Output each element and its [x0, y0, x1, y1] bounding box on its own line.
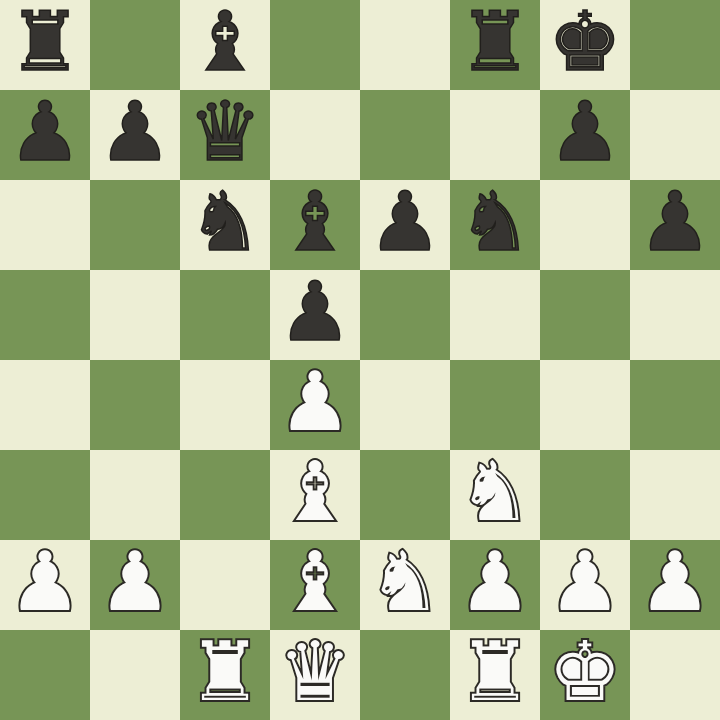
square-b6[interactable]	[90, 180, 180, 270]
square-h4[interactable]	[630, 360, 720, 450]
square-e1[interactable]	[360, 630, 450, 720]
square-g5[interactable]	[540, 270, 630, 360]
white-knight[interactable]: ♞	[458, 450, 532, 537]
square-a6[interactable]	[0, 180, 90, 270]
black-knight[interactable]: ♞	[458, 180, 532, 267]
square-e6[interactable]: ♟	[360, 180, 450, 270]
square-h2[interactable]: ♟	[630, 540, 720, 630]
square-f3[interactable]: ♞	[450, 450, 540, 540]
chess-board: ♜♝♜♚♟♟♛♟♞♝♟♞♟♟♟♝♞♟♟♝♞♟♟♟♜♛♜♚	[0, 0, 720, 720]
square-f6[interactable]: ♞	[450, 180, 540, 270]
white-pawn[interactable]: ♟	[98, 540, 172, 627]
square-b8[interactable]	[90, 0, 180, 90]
square-g2[interactable]: ♟	[540, 540, 630, 630]
white-bishop[interactable]: ♝	[278, 450, 352, 537]
white-bishop[interactable]: ♝	[278, 540, 352, 627]
square-b3[interactable]	[90, 450, 180, 540]
white-rook[interactable]: ♜	[188, 630, 262, 717]
square-a3[interactable]	[0, 450, 90, 540]
square-g4[interactable]	[540, 360, 630, 450]
square-c1[interactable]: ♜	[180, 630, 270, 720]
square-g6[interactable]	[540, 180, 630, 270]
square-b4[interactable]	[90, 360, 180, 450]
square-d7[interactable]	[270, 90, 360, 180]
square-a7[interactable]: ♟	[0, 90, 90, 180]
square-b7[interactable]: ♟	[90, 90, 180, 180]
black-pawn[interactable]: ♟	[368, 180, 442, 267]
black-queen[interactable]: ♛	[188, 90, 262, 177]
square-a8[interactable]: ♜	[0, 0, 90, 90]
square-d5[interactable]: ♟	[270, 270, 360, 360]
white-queen[interactable]: ♛	[278, 630, 352, 717]
square-h5[interactable]	[630, 270, 720, 360]
square-a4[interactable]	[0, 360, 90, 450]
black-bishop[interactable]: ♝	[278, 180, 352, 267]
black-knight[interactable]: ♞	[188, 180, 262, 267]
square-a2[interactable]: ♟	[0, 540, 90, 630]
square-b5[interactable]	[90, 270, 180, 360]
square-a5[interactable]	[0, 270, 90, 360]
square-f1[interactable]: ♜	[450, 630, 540, 720]
black-bishop[interactable]: ♝	[188, 0, 262, 87]
square-c3[interactable]	[180, 450, 270, 540]
square-d2[interactable]: ♝	[270, 540, 360, 630]
square-e3[interactable]	[360, 450, 450, 540]
square-d3[interactable]: ♝	[270, 450, 360, 540]
square-h1[interactable]	[630, 630, 720, 720]
square-h6[interactable]: ♟	[630, 180, 720, 270]
black-king[interactable]: ♚	[548, 0, 622, 87]
square-c7[interactable]: ♛	[180, 90, 270, 180]
black-pawn[interactable]: ♟	[8, 90, 82, 177]
square-c4[interactable]	[180, 360, 270, 450]
black-pawn[interactable]: ♟	[548, 90, 622, 177]
white-pawn[interactable]: ♟	[548, 540, 622, 627]
white-pawn[interactable]: ♟	[458, 540, 532, 627]
square-e2[interactable]: ♞	[360, 540, 450, 630]
white-pawn[interactable]: ♟	[278, 360, 352, 447]
square-f8[interactable]: ♜	[450, 0, 540, 90]
square-f2[interactable]: ♟	[450, 540, 540, 630]
black-pawn[interactable]: ♟	[278, 270, 352, 357]
black-pawn[interactable]: ♟	[638, 180, 712, 267]
square-c8[interactable]: ♝	[180, 0, 270, 90]
square-h8[interactable]	[630, 0, 720, 90]
white-pawn[interactable]: ♟	[638, 540, 712, 627]
square-e5[interactable]	[360, 270, 450, 360]
square-a1[interactable]	[0, 630, 90, 720]
square-e7[interactable]	[360, 90, 450, 180]
white-king[interactable]: ♚	[548, 630, 622, 717]
square-f4[interactable]	[450, 360, 540, 450]
square-h3[interactable]	[630, 450, 720, 540]
square-g3[interactable]	[540, 450, 630, 540]
square-g1[interactable]: ♚	[540, 630, 630, 720]
square-g8[interactable]: ♚	[540, 0, 630, 90]
square-d4[interactable]: ♟	[270, 360, 360, 450]
square-b1[interactable]	[90, 630, 180, 720]
black-pawn[interactable]: ♟	[98, 90, 172, 177]
white-knight[interactable]: ♞	[368, 540, 442, 627]
square-b2[interactable]: ♟	[90, 540, 180, 630]
square-c6[interactable]: ♞	[180, 180, 270, 270]
square-f5[interactable]	[450, 270, 540, 360]
square-c2[interactable]	[180, 540, 270, 630]
square-e4[interactable]	[360, 360, 450, 450]
square-e8[interactable]	[360, 0, 450, 90]
black-rook[interactable]: ♜	[8, 0, 82, 87]
white-rook[interactable]: ♜	[458, 630, 532, 717]
square-d1[interactable]: ♛	[270, 630, 360, 720]
black-rook[interactable]: ♜	[458, 0, 532, 87]
square-d8[interactable]	[270, 0, 360, 90]
square-f7[interactable]	[450, 90, 540, 180]
square-g7[interactable]: ♟	[540, 90, 630, 180]
white-pawn[interactable]: ♟	[8, 540, 82, 627]
square-d6[interactable]: ♝	[270, 180, 360, 270]
square-h7[interactable]	[630, 90, 720, 180]
square-c5[interactable]	[180, 270, 270, 360]
